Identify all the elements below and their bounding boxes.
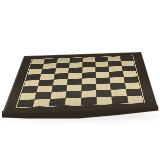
square-b1 [33, 99, 50, 107]
chess-board [2, 52, 158, 114]
square-f1 [97, 97, 113, 105]
square-d1 [65, 98, 81, 106]
photo-background [0, 0, 160, 160]
board-grid [17, 56, 143, 107]
square-c1 [49, 98, 65, 106]
square-e1 [81, 97, 96, 105]
square-h1 [127, 95, 143, 103]
square-a1 [17, 100, 34, 108]
square-g1 [112, 96, 128, 104]
